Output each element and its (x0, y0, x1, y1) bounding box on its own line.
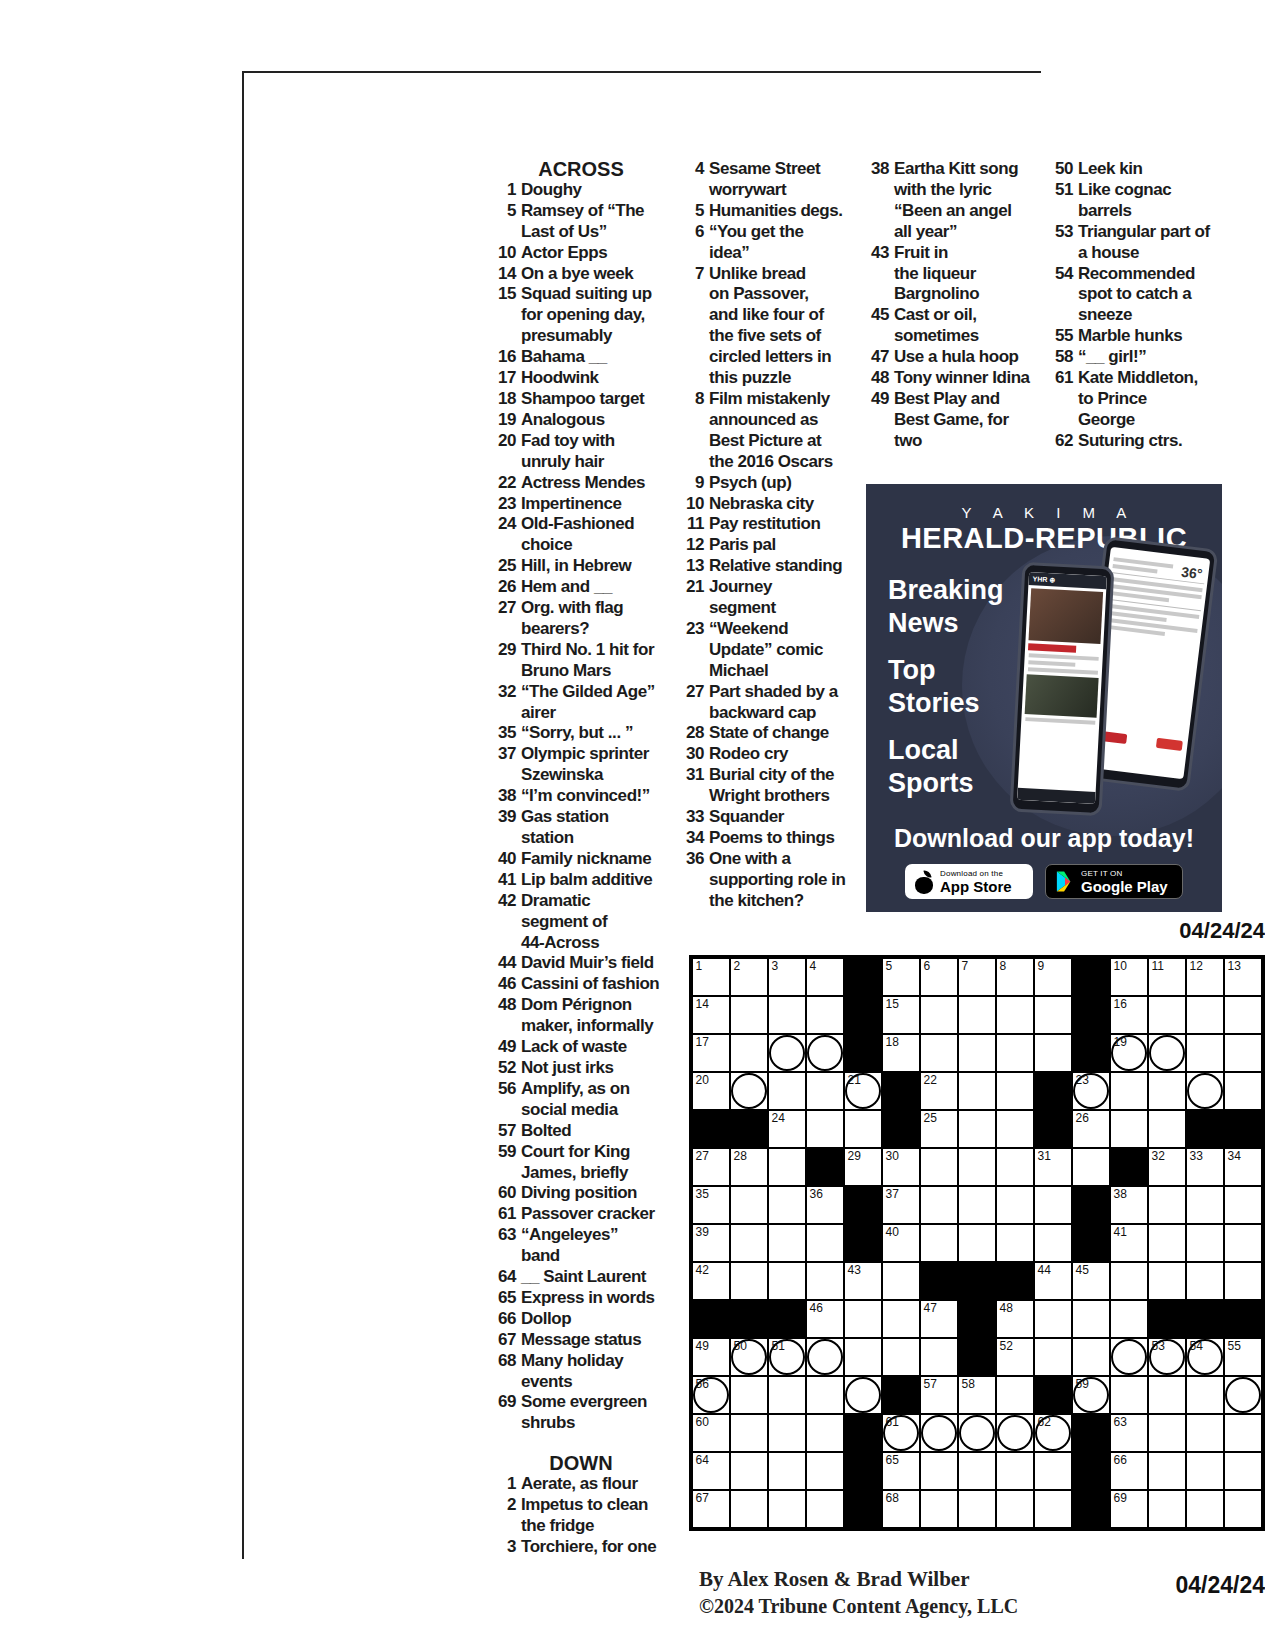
grid-cell-r3c7[interactable] (921, 1035, 957, 1071)
grid-cell-r2c12[interactable]: 16 (1111, 997, 1147, 1033)
clue-text: Sesame Street worrywart (709, 159, 858, 201)
clue-down-9: 9Psych (up) (678, 473, 858, 494)
cell-number: 1 (696, 959, 703, 973)
grid-cell-r11c12[interactable] (1111, 1339, 1147, 1375)
grid-cell-r13c10[interactable]: 62 (1035, 1415, 1071, 1451)
grid-cell-r9c13[interactable] (1149, 1263, 1185, 1299)
grid-cell-r2c7[interactable] (921, 997, 957, 1033)
cell-number: 25 (924, 1111, 937, 1125)
clue-down-34: 34Poems to things (678, 828, 858, 849)
grid-cell-r12c2[interactable] (731, 1377, 767, 1413)
grid-cell-r9c7 (921, 1263, 957, 1299)
grid-cell-r4c2[interactable] (731, 1073, 767, 1109)
grid-cell-r2c1[interactable]: 14 (693, 997, 729, 1033)
newspaper-crossword-page: { "game": "crossword", "date": "04/24/24… (0, 0, 1265, 1638)
clue-number: 10 (490, 243, 521, 264)
clue-number: 19 (490, 410, 521, 431)
grid-cell-r11c10[interactable] (1035, 1339, 1071, 1375)
cell-number: 51 (772, 1339, 785, 1353)
grid-cell-r11c11[interactable] (1073, 1339, 1109, 1375)
clue-across-46: 46Cassini of fashion (490, 974, 672, 995)
clue-number: 7 (678, 264, 709, 285)
cell-number: 13 (1228, 959, 1241, 973)
grid-cell-r10c9[interactable]: 48 (997, 1301, 1033, 1337)
grid-cell-r9c14[interactable] (1187, 1263, 1223, 1299)
clue-down-33: 33Squander (678, 807, 858, 828)
grid-cell-r1c1[interactable]: 1 (693, 959, 729, 995)
clue-down-43: 43Fruit in the liqueur Bargnolino (863, 243, 1043, 306)
grid-cell-r12c5[interactable] (845, 1377, 881, 1413)
grid-cell-r3c12[interactable]: 19 (1111, 1035, 1147, 1071)
grid-cell-r5c5[interactable] (845, 1111, 881, 1147)
grid-cell-r11c15[interactable]: 55 (1225, 1339, 1261, 1375)
grid-cell-r15c14[interactable] (1187, 1491, 1223, 1527)
puzzle-byline: By Alex Rosen & Brad Wilber (699, 1567, 970, 1592)
grid-cell-r4c14[interactable] (1187, 1073, 1223, 1109)
cell-number: 67 (696, 1491, 709, 1505)
grid-cell-r15c1[interactable]: 67 (693, 1491, 729, 1527)
grid-cell-r11c9[interactable]: 52 (997, 1339, 1033, 1375)
clue-number: 40 (490, 849, 521, 870)
grid-cell-r7c10[interactable] (1035, 1187, 1071, 1223)
clue-number: 39 (490, 807, 521, 828)
grid-cell-r8c2[interactable] (731, 1225, 767, 1261)
grid-cell-r9c1[interactable]: 42 (693, 1263, 729, 1299)
circle-marker (959, 1415, 995, 1451)
grid-cell-r8c13[interactable] (1149, 1225, 1185, 1261)
grid-cell-r12c12[interactable] (1111, 1377, 1147, 1413)
screen-content-bar (1028, 660, 1075, 666)
grid-cell-r6c3[interactable] (769, 1149, 805, 1185)
grid-cell-r2c10[interactable] (1035, 997, 1071, 1033)
cell-number: 68 (886, 1491, 899, 1505)
grid-cell-r3c9[interactable] (997, 1035, 1033, 1071)
grid-cell-r5c7[interactable]: 25 (921, 1111, 957, 1147)
grid-cell-r13c15[interactable] (1225, 1415, 1261, 1451)
grid-cell-r12c1[interactable]: 56 (693, 1377, 729, 1413)
grid-cell-r2c2[interactable] (731, 997, 767, 1033)
clue-down-53: 53Triangular part of a house (1047, 222, 1227, 264)
grid-cell-r10c12[interactable] (1111, 1301, 1147, 1337)
clue-text: Like cognac barrels (1078, 180, 1227, 222)
clue-across-25: 25Hill, in Hebrew (490, 556, 672, 577)
grid-cell-r8c3[interactable] (769, 1225, 805, 1261)
grid-cell-r13c4[interactable] (807, 1415, 843, 1451)
cell-number: 3 (772, 959, 779, 973)
grid-cell-r15c3[interactable] (769, 1491, 805, 1527)
cell-number: 38 (1114, 1187, 1127, 1201)
grid-cell-r15c13[interactable] (1149, 1491, 1185, 1527)
grid-cell-r5c3[interactable]: 24 (769, 1111, 805, 1147)
grid-cell-r1c10[interactable]: 9 (1035, 959, 1071, 995)
grid-cell-r10c7[interactable]: 47 (921, 1301, 957, 1337)
cell-number: 6 (924, 959, 931, 973)
grid-cell-r14c4[interactable] (807, 1453, 843, 1489)
grid-cell-r11c5[interactable] (845, 1339, 881, 1375)
clue-across-32: 32“The Gilded Age” airer (490, 682, 672, 724)
grid-cell-r9c6[interactable] (883, 1263, 919, 1299)
cell-number: 66 (1114, 1453, 1127, 1467)
clue-text: Nebraska city (709, 494, 858, 515)
grid-cell-r2c8[interactable] (959, 997, 995, 1033)
grid-cell-r6c14[interactable]: 33 (1187, 1149, 1223, 1185)
grid-cell-r11c7[interactable] (921, 1339, 957, 1375)
grid-cell-r6c2[interactable]: 28 (731, 1149, 767, 1185)
grid-cell-r1c9[interactable]: 8 (997, 959, 1033, 995)
cell-number: 34 (1228, 1149, 1241, 1163)
grid-cell-r6c9[interactable] (997, 1149, 1033, 1185)
grid-cell-r15c4[interactable] (807, 1491, 843, 1527)
clue-down-51: 51Like cognac barrels (1047, 180, 1227, 222)
grid-cell-r5c15 (1225, 1111, 1261, 1147)
grid-cell-r11c6[interactable] (883, 1339, 919, 1375)
grid-cell-r14c3[interactable] (769, 1453, 805, 1489)
grid-cell-r10c6[interactable] (883, 1301, 919, 1337)
grid-cell-r1c3[interactable]: 3 (769, 959, 805, 995)
grid-cell-r8c1[interactable]: 39 (693, 1225, 729, 1261)
grid-cell-r1c8[interactable]: 7 (959, 959, 995, 995)
app-bottom-nav (1017, 788, 1096, 804)
ad-feature-top-stories: Top Stories (888, 654, 1004, 720)
grid-cell-r12c8[interactable]: 58 (959, 1377, 995, 1413)
clue-across-24: 24Old-Fashioned choice (490, 514, 672, 556)
grid-cell-r9c11[interactable]: 45 (1073, 1263, 1109, 1299)
grid-cell-r14c1[interactable]: 64 (693, 1453, 729, 1489)
cell-number: 47 (924, 1301, 937, 1315)
grid-cell-r3c1[interactable]: 17 (693, 1035, 729, 1071)
grid-cell-r1c4[interactable]: 4 (807, 959, 843, 995)
grid-cell-r2c3[interactable] (769, 997, 805, 1033)
grid-cell-r14c14[interactable] (1187, 1453, 1223, 1489)
cell-number: 39 (696, 1225, 709, 1239)
grid-cell-r13c8[interactable] (959, 1415, 995, 1451)
grid-cell-r9c8 (959, 1263, 995, 1299)
grid-cell-r4c5[interactable]: 21 (845, 1073, 881, 1109)
grid-cell-r15c8[interactable] (959, 1491, 995, 1527)
clue-number: 5 (678, 201, 709, 222)
grid-cell-r3c14[interactable] (1187, 1035, 1223, 1071)
grid-cell-r14c13[interactable] (1149, 1453, 1185, 1489)
grid-cell-r10c4[interactable]: 46 (807, 1301, 843, 1337)
grid-cell-r1c15[interactable]: 13 (1225, 959, 1261, 995)
grid-cell-r5c14 (1187, 1111, 1223, 1147)
grid-cell-r12c13[interactable] (1149, 1377, 1185, 1413)
clue-number: 30 (678, 744, 709, 765)
grid-cell-r1c7[interactable]: 6 (921, 959, 957, 995)
clue-number: 63 (490, 1225, 521, 1246)
clue-number: 68 (490, 1351, 521, 1372)
clue-number: 17 (490, 368, 521, 389)
cell-number: 22 (924, 1073, 937, 1087)
grid-cell-r1c12[interactable]: 10 (1111, 959, 1147, 995)
clue-text: Triangular part of a house (1078, 222, 1227, 264)
clue-across-56: 56Amplify, as on social media (490, 1079, 672, 1121)
grid-cell-r6c6[interactable]: 30 (883, 1149, 919, 1185)
app-store-badge[interactable]: Download on the App Store (905, 864, 1033, 899)
clue-number: 27 (490, 598, 521, 619)
grid-cell-r10c14 (1187, 1301, 1223, 1337)
clue-text: “You get the idea” (709, 222, 858, 264)
grid-cell-r11c13[interactable]: 53 (1149, 1339, 1185, 1375)
grid-cell-r8c15[interactable] (1225, 1225, 1261, 1261)
grid-cell-r10c13 (1149, 1301, 1185, 1337)
clue-number: 5 (490, 201, 521, 222)
clue-number: 33 (678, 807, 709, 828)
grid-cell-r9c4[interactable] (807, 1263, 843, 1299)
clue-text: Relative standing (709, 556, 858, 577)
grid-cell-r9c12[interactable] (1111, 1263, 1147, 1299)
cell-number: 36 (810, 1187, 823, 1201)
grid-cell-r5c12[interactable] (1111, 1111, 1147, 1147)
grid-cell-r12c14[interactable] (1187, 1377, 1223, 1413)
grid-cell-r3c6[interactable]: 18 (883, 1035, 919, 1071)
grid-cell-r13c12[interactable]: 63 (1111, 1415, 1147, 1451)
clue-text: Poems to things (709, 828, 858, 849)
clue-number: 48 (490, 995, 521, 1016)
grid-cell-r6c11[interactable] (1073, 1149, 1109, 1185)
grid-cell-r2c4[interactable] (807, 997, 843, 1033)
clue-number: 23 (678, 619, 709, 640)
grid-cell-r1c2[interactable]: 2 (731, 959, 767, 995)
grid-cell-r2c13[interactable] (1149, 997, 1185, 1033)
clue-down-47: 47Use a hula hoop (863, 347, 1043, 368)
grid-cell-r6c7[interactable] (921, 1149, 957, 1185)
grid-cell-r4c6 (883, 1073, 919, 1109)
grid-cell-r7c3[interactable] (769, 1187, 805, 1223)
grid-cell-r11c14[interactable]: 54 (1187, 1339, 1223, 1375)
grid-cell-r9c15[interactable] (1225, 1263, 1261, 1299)
clue-down-7: 7Unlike bread on Passover, and like four… (678, 264, 858, 389)
grid-cell-r4c1[interactable]: 20 (693, 1073, 729, 1109)
grid-cell-r6c15[interactable]: 34 (1225, 1149, 1261, 1185)
clue-number: 10 (678, 494, 709, 515)
cell-number: 64 (696, 1453, 709, 1467)
grid-cell-r4c10 (1035, 1073, 1071, 1109)
clue-down-50: 50Leek kin (1047, 159, 1227, 180)
grid-cell-r15c2[interactable] (731, 1491, 767, 1527)
grid-cell-r4c11[interactable]: 23 (1073, 1073, 1109, 1109)
clue-across-42: 42Dramatic segment of 44-Across (490, 891, 672, 954)
clue-text: Paris pal (709, 535, 858, 556)
clue-number: 6 (678, 222, 709, 243)
clue-number: 52 (490, 1058, 521, 1079)
clue-across-44: 44David Muir’s field (490, 953, 672, 974)
puzzle-copyright: ©2024 Tribune Content Agency, LLC (699, 1595, 1018, 1618)
grid-cell-r10c5[interactable] (845, 1301, 881, 1337)
grid-cell-r8c6[interactable]: 40 (883, 1225, 919, 1261)
grid-cell-r5c4[interactable] (807, 1111, 843, 1147)
grid-cell-r13c14[interactable] (1187, 1415, 1223, 1451)
grid-cell-r1c6[interactable]: 5 (883, 959, 919, 995)
grid-cell-r4c3[interactable] (769, 1073, 805, 1109)
clue-number: 1 (490, 1474, 521, 1495)
grid-cell-r1c14[interactable]: 12 (1187, 959, 1223, 995)
clue-across-35: 35“Sorry, but ... ” (490, 723, 672, 744)
grid-cell-r4c12[interactable] (1111, 1073, 1147, 1109)
cell-number: 40 (886, 1225, 899, 1239)
grid-cell-r1c13[interactable]: 11 (1149, 959, 1185, 995)
clue-down-36: 36One with a supporting role in the kitc… (678, 849, 858, 912)
grid-cell-r3c13[interactable] (1149, 1035, 1185, 1071)
cell-number: 23 (1076, 1073, 1089, 1087)
google-play-badge[interactable]: GET IT ON Google Play (1045, 864, 1183, 899)
grid-cell-r6c1[interactable]: 27 (693, 1149, 729, 1185)
grid-cell-r13c13[interactable] (1149, 1415, 1185, 1451)
grid-cell-r13c5 (845, 1415, 881, 1451)
grid-cell-r8c9[interactable] (997, 1225, 1033, 1261)
grid-cell-r2c15[interactable] (1225, 997, 1261, 1033)
grid-cell-r12c9[interactable] (997, 1377, 1033, 1413)
circle-marker (845, 1377, 881, 1413)
grid-cell-r7c14[interactable] (1187, 1187, 1223, 1223)
grid-cell-r3c3[interactable] (769, 1035, 805, 1071)
grid-cell-r6c13[interactable]: 32 (1149, 1149, 1185, 1185)
grid-cell-r3c15[interactable] (1225, 1035, 1261, 1071)
grid-cell-r7c4[interactable]: 36 (807, 1187, 843, 1223)
grid-cell-r12c11[interactable]: 59 (1073, 1377, 1109, 1413)
clue-number: 58 (1047, 347, 1078, 368)
grid-cell-r5c11[interactable]: 26 (1073, 1111, 1109, 1147)
grid-cell-r8c10[interactable] (1035, 1225, 1071, 1261)
grid-cell-r4c9[interactable] (997, 1073, 1033, 1109)
grid-cell-r4c4[interactable] (807, 1073, 843, 1109)
headline-red-bar (1028, 643, 1077, 653)
clue-text: Actress Mendes (521, 473, 672, 494)
grid-cell-r3c8[interactable] (959, 1035, 995, 1071)
grid-cell-r4c8[interactable] (959, 1073, 995, 1109)
grid-cell-r9c3[interactable] (769, 1263, 805, 1299)
grid-cell-r5c1 (693, 1111, 729, 1147)
grid-cell-r11c4[interactable] (807, 1339, 843, 1375)
grid-cell-r2c9[interactable] (997, 997, 1033, 1033)
grid-cell-r8c4[interactable] (807, 1225, 843, 1261)
grid-cell-r7c13[interactable] (1149, 1187, 1185, 1223)
grid-cell-r15c6[interactable]: 68 (883, 1491, 919, 1527)
grid-cell-r14c7[interactable] (921, 1453, 957, 1489)
grid-cell-r6c8[interactable] (959, 1149, 995, 1185)
grid-cell-r5c8[interactable] (959, 1111, 995, 1147)
clue-number: 8 (678, 389, 709, 410)
grid-cell-r7c7[interactable] (921, 1187, 957, 1223)
grid-cell-r6c5[interactable]: 29 (845, 1149, 881, 1185)
grid-cell-r13c3[interactable] (769, 1415, 805, 1451)
grid-cell-r2c14[interactable] (1187, 997, 1223, 1033)
grid-cell-r14c12[interactable]: 66 (1111, 1453, 1147, 1489)
grid-cell-r14c15[interactable] (1225, 1453, 1261, 1489)
cell-number: 54 (1190, 1339, 1203, 1353)
grid-cell-r15c15[interactable] (1225, 1491, 1261, 1527)
grid-cell-r15c9[interactable] (997, 1491, 1033, 1527)
grid-cell-r3c4[interactable] (807, 1035, 843, 1071)
grid-cell-r9c2[interactable] (731, 1263, 767, 1299)
grid-cell-r11c3[interactable]: 51 (769, 1339, 805, 1375)
cell-number: 10 (1114, 959, 1127, 973)
cell-number: 28 (734, 1149, 747, 1163)
clue-number: 26 (490, 577, 521, 598)
grid-cell-r6c10[interactable]: 31 (1035, 1149, 1071, 1185)
clue-number: 29 (490, 640, 521, 661)
grid-cell-r14c10[interactable] (1035, 1453, 1071, 1489)
screen-red-button (1156, 738, 1183, 751)
grid-cell-r13c1[interactable]: 60 (693, 1415, 729, 1451)
grid-cell-r15c12[interactable]: 69 (1111, 1491, 1147, 1527)
grid-cell-r14c8[interactable] (959, 1453, 995, 1489)
cell-number: 48 (1000, 1301, 1013, 1315)
grid-cell-r11c2[interactable]: 50 (731, 1339, 767, 1375)
grid-cell-r12c3[interactable] (769, 1377, 805, 1413)
grid-cell-r13c9[interactable] (997, 1415, 1033, 1451)
grid-cell-r15c7[interactable] (921, 1491, 957, 1527)
grid-cell-r8c7[interactable] (921, 1225, 957, 1261)
clue-across-61: 61Passover cracker (490, 1204, 672, 1225)
grid-cell-r12c4[interactable] (807, 1377, 843, 1413)
grid-cell-r4c13[interactable] (1149, 1073, 1185, 1109)
grid-cell-r14c2[interactable] (731, 1453, 767, 1489)
grid-cell-r7c6[interactable]: 37 (883, 1187, 919, 1223)
grid-cell-r7c8[interactable] (959, 1187, 995, 1223)
cell-number: 32 (1152, 1149, 1165, 1163)
cell-number: 49 (696, 1339, 709, 1353)
grid-cell-r8c11 (1073, 1225, 1109, 1261)
grid-cell-r3c10[interactable] (1035, 1035, 1071, 1071)
grid-cell-r15c10[interactable] (1035, 1491, 1071, 1527)
grid-cell-r5c9[interactable] (997, 1111, 1033, 1147)
grid-cell-r7c12[interactable]: 38 (1111, 1187, 1147, 1223)
clue-across-69: 69Some evergreen shrubs (490, 1392, 672, 1434)
grid-cell-r10c11[interactable] (1073, 1301, 1109, 1337)
grid-cell-r9c5[interactable]: 43 (845, 1263, 881, 1299)
clue-number: 25 (490, 556, 521, 577)
grid-cell-r14c9[interactable] (997, 1453, 1033, 1489)
grid-cell-r4c7[interactable]: 22 (921, 1073, 957, 1109)
grid-cell-r4c15[interactable] (1225, 1073, 1261, 1109)
grid-cell-r9c10[interactable]: 44 (1035, 1263, 1071, 1299)
grid-cell-r8c14[interactable] (1187, 1225, 1223, 1261)
grid-cell-r13c7[interactable] (921, 1415, 957, 1451)
grid-cell-r7c2[interactable] (731, 1187, 767, 1223)
grid-cell-r8c8[interactable] (959, 1225, 995, 1261)
clue-down-27: 27Part shaded by a backward cap (678, 682, 858, 724)
clue-down-10: 10Nebraska city (678, 494, 858, 515)
grid-cell-r7c15[interactable] (1225, 1187, 1261, 1223)
clue-down-38: 38Eartha Kitt song with the lyric “Been … (863, 159, 1043, 243)
grid-cell-r12c15[interactable] (1225, 1377, 1261, 1413)
grid-cell-r2c6[interactable]: 15 (883, 997, 919, 1033)
grid-cell-r14c6[interactable]: 65 (883, 1453, 919, 1489)
clue-text: __ Saint Laurent (521, 1267, 672, 1288)
clue-number: 35 (490, 723, 521, 744)
grid-cell-r13c6[interactable]: 61 (883, 1415, 919, 1451)
grid-cell-r3c11 (1073, 1035, 1109, 1071)
grid-cell-r8c12[interactable]: 41 (1111, 1225, 1147, 1261)
app-store-badge-big-text: App Store (940, 879, 1012, 894)
grid-cell-r11c1[interactable]: 49 (693, 1339, 729, 1375)
cell-number: 5 (886, 959, 893, 973)
grid-cell-r13c2[interactable] (731, 1415, 767, 1451)
grid-cell-r12c7[interactable]: 57 (921, 1377, 957, 1413)
clue-down-55: 55Marble hunks (1047, 326, 1227, 347)
grid-cell-r10c15 (1225, 1301, 1261, 1337)
grid-cell-r10c10[interactable] (1035, 1301, 1071, 1337)
clue-text: Many holiday events (521, 1351, 672, 1393)
clue-text: Impetus to clean the fridge (521, 1495, 672, 1537)
grid-cell-r12c10 (1035, 1377, 1071, 1413)
clue-number: 38 (490, 786, 521, 807)
grid-cell-r7c9[interactable] (997, 1187, 1033, 1223)
grid-cell-r5c13[interactable] (1149, 1111, 1185, 1147)
grid-cell-r7c1[interactable]: 35 (693, 1187, 729, 1223)
grid-cell-r3c2[interactable] (731, 1035, 767, 1071)
